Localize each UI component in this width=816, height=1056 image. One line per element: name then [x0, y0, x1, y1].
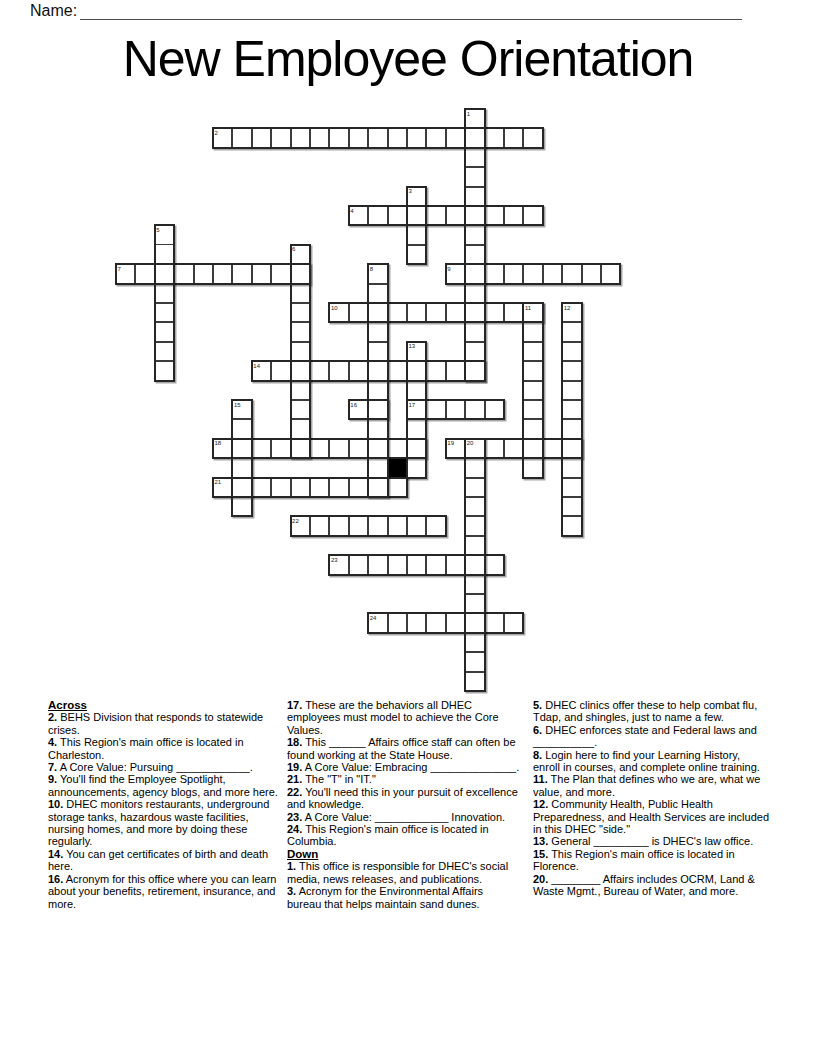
clue-column-2: 17. These are the behaviors all DHEC emp…	[287, 699, 520, 910]
clue-8-down: 8. Login here to find your Learning Hist…	[533, 749, 770, 774]
grid-cell[interactable]	[368, 458, 387, 477]
grid-cell[interactable]	[155, 264, 174, 283]
grid-cell[interactable]	[543, 439, 562, 458]
grid-cell[interactable]	[601, 264, 620, 283]
grid-cell[interactable]	[523, 342, 542, 361]
grid-cell[interactable]	[310, 361, 329, 380]
grid-cell[interactable]	[426, 613, 445, 632]
grid-cell[interactable]	[465, 672, 484, 691]
grid-cell[interactable]	[291, 284, 310, 303]
grid-cell[interactable]	[329, 128, 348, 147]
grid-cell[interactable]	[407, 439, 426, 458]
grid-cell[interactable]	[465, 109, 484, 128]
grid-cell[interactable]	[562, 478, 581, 497]
grid-cell[interactable]	[504, 206, 523, 225]
clue-6-down: 6. DHEC enforces state and Federal laws …	[533, 724, 770, 749]
grid-cell[interactable]	[252, 128, 271, 147]
grid-cell[interactable]	[465, 148, 484, 167]
grid-cell[interactable]	[368, 439, 387, 458]
grid-cell[interactable]	[368, 478, 387, 497]
grid-cell[interactable]	[291, 516, 310, 535]
grid-cell[interactable]	[388, 613, 407, 632]
grid-cell[interactable]	[407, 516, 426, 535]
grid-cell[interactable]	[329, 478, 348, 497]
grid-cell[interactable]	[232, 478, 251, 497]
grid-cell[interactable]	[485, 264, 504, 283]
grid-cell[interactable]	[465, 264, 484, 283]
grid-cell[interactable]	[368, 342, 387, 361]
grid-cell[interactable]	[407, 613, 426, 632]
clue-16-across: 16. Acronym for this office where you ca…	[48, 873, 280, 910]
grid-cell[interactable]	[368, 284, 387, 303]
grid-cell[interactable]	[213, 478, 232, 497]
grid-cell[interactable]	[407, 400, 426, 419]
grid-cell[interactable]	[329, 555, 348, 574]
name-input-line[interactable]	[80, 1, 742, 20]
grid-cell[interactable]	[562, 303, 581, 322]
grid-cell[interactable]	[523, 303, 542, 322]
grid-cell[interactable]	[252, 478, 271, 497]
clue-column-3: 5. DHEC clinics offer these to help comb…	[533, 699, 770, 898]
worksheet-page: Name: New Employee Orientation 123456789…	[0, 0, 816, 1056]
grid-cell[interactable]	[368, 419, 387, 438]
grid-cell[interactable]	[465, 303, 484, 322]
grid-cell[interactable]	[252, 361, 271, 380]
grid-cell[interactable]	[310, 128, 329, 147]
grid-cell[interactable]	[291, 381, 310, 400]
grid-cell[interactable]	[329, 303, 348, 322]
grid-cell[interactable]	[465, 555, 484, 574]
grid-cell[interactable]	[368, 613, 387, 632]
grid-cell[interactable]	[562, 322, 581, 341]
grid-cell[interactable]	[252, 439, 271, 458]
grid-cell[interactable]	[465, 167, 484, 186]
grid-cell[interactable]	[329, 516, 348, 535]
grid-cell[interactable]	[562, 419, 581, 438]
grid-cell[interactable]	[562, 381, 581, 400]
grid-cell[interactable]	[504, 303, 523, 322]
grid-cell[interactable]	[426, 555, 445, 574]
grid-cell[interactable]	[523, 264, 542, 283]
clue-23-across: 23. A Core Value: ____________ Innovatio…	[287, 811, 520, 823]
grid-cell[interactable]	[155, 361, 174, 380]
grid-cell[interactable]	[562, 497, 581, 516]
grid-cell[interactable]	[291, 342, 310, 361]
clue-column-1: Across2. BEHS Division that responds to …	[48, 699, 280, 910]
grid-cell[interactable]	[465, 497, 484, 516]
grid-cell[interactable]	[523, 381, 542, 400]
grid-cell[interactable]	[368, 128, 387, 147]
grid-cell[interactable]	[426, 303, 445, 322]
clue-15-down: 15. This Region's main office is located…	[533, 848, 770, 873]
grid-cell[interactable]	[446, 400, 465, 419]
clue-2-across: 2. BEHS Division that responds to statew…	[48, 711, 280, 736]
grid-cell[interactable]	[426, 206, 445, 225]
grid-cell[interactable]	[446, 303, 465, 322]
black-cell	[388, 458, 407, 477]
grid-cell[interactable]	[562, 264, 581, 283]
grid-cell[interactable]	[329, 361, 348, 380]
grid-cell[interactable]	[271, 439, 290, 458]
grid-cell[interactable]	[310, 478, 329, 497]
grid-cell[interactable]	[504, 264, 523, 283]
grid-cell[interactable]	[465, 225, 484, 244]
page-title: New Employee Orientation	[0, 30, 816, 88]
grid-cell[interactable]	[465, 361, 484, 380]
grid-cell[interactable]	[368, 361, 387, 380]
grid-cell[interactable]	[368, 400, 387, 419]
grid-cell[interactable]	[465, 613, 484, 632]
grid-cell[interactable]	[485, 128, 504, 147]
grid-cell[interactable]	[368, 555, 387, 574]
grid-cell[interactable]	[465, 575, 484, 594]
clue-12-down: 12. Community Health, Public Health Prep…	[533, 798, 770, 835]
grid-cell[interactable]	[485, 303, 504, 322]
grid-cell[interactable]	[465, 478, 484, 497]
grid-cell[interactable]	[232, 400, 251, 419]
grid-cell[interactable]	[504, 613, 523, 632]
grid-cell[interactable]	[349, 206, 368, 225]
clue-3-down: 3. Acronym for the Environmental Affairs…	[287, 885, 520, 910]
grid-cell[interactable]	[465, 245, 484, 264]
grid-cell[interactable]	[368, 206, 387, 225]
grid-cell[interactable]	[465, 633, 484, 652]
grid-cell[interactable]	[407, 361, 426, 380]
grid-cell[interactable]	[155, 284, 174, 303]
grid-cell[interactable]	[291, 478, 310, 497]
grid-cell[interactable]	[368, 516, 387, 535]
grid-cell[interactable]	[349, 555, 368, 574]
grid-cell[interactable]	[271, 361, 290, 380]
grid-cell[interactable]	[291, 303, 310, 322]
grid-cell[interactable]	[291, 322, 310, 341]
grid-cell[interactable]	[504, 128, 523, 147]
clue-17-across: 17. These are the behaviors all DHEC emp…	[287, 699, 520, 736]
grid-cell[interactable]	[446, 206, 465, 225]
grid-cell[interactable]	[407, 245, 426, 264]
grid-cell[interactable]	[232, 264, 251, 283]
grid-cell[interactable]	[291, 439, 310, 458]
grid-cell[interactable]	[116, 264, 135, 283]
clue-11-down: 11. The Plan that defines who we are, wh…	[533, 773, 770, 798]
grid-cell[interactable]	[465, 516, 484, 535]
grid-cell[interactable]	[194, 264, 213, 283]
grid-cell[interactable]	[388, 478, 407, 497]
grid-cell[interactable]	[213, 128, 232, 147]
grid-cell[interactable]	[291, 400, 310, 419]
grid-cell[interactable]	[562, 400, 581, 419]
grid-cell[interactable]	[368, 303, 387, 322]
grid-cell[interactable]	[523, 128, 542, 147]
grid-cell[interactable]	[562, 361, 581, 380]
grid-cell[interactable]	[523, 361, 542, 380]
grid-cell[interactable]	[446, 613, 465, 632]
grid-cell[interactable]	[135, 264, 154, 283]
grid-cell[interactable]	[465, 400, 484, 419]
grid-cell[interactable]	[523, 458, 542, 477]
grid-cell[interactable]	[523, 322, 542, 341]
grid-cell[interactable]	[388, 439, 407, 458]
grid-cell[interactable]	[349, 128, 368, 147]
grid-cell[interactable]	[213, 264, 232, 283]
grid-cell[interactable]	[388, 555, 407, 574]
grid-cell[interactable]	[388, 206, 407, 225]
grid-cell[interactable]	[232, 458, 251, 477]
grid-cell[interactable]	[407, 555, 426, 574]
grid-cell[interactable]	[349, 303, 368, 322]
clue-1-down: 1. This office is responsible for DHEC's…	[287, 860, 520, 885]
grid-cell[interactable]	[388, 303, 407, 322]
grid-cell[interactable]	[407, 342, 426, 361]
grid-cell[interactable]	[368, 322, 387, 341]
clue-20-down: 20. ________ Affairs includes OCRM, Land…	[533, 873, 770, 898]
grid-cell[interactable]	[485, 439, 504, 458]
grid-cell[interactable]	[310, 516, 329, 535]
grid-cell[interactable]	[426, 516, 445, 535]
grid-cell[interactable]	[523, 439, 542, 458]
grid-cell[interactable]	[465, 284, 484, 303]
grid-cell[interactable]	[349, 361, 368, 380]
clue-4-across: 4. This Region's main office is located …	[48, 736, 280, 761]
grid-cell[interactable]	[465, 594, 484, 613]
grid-cell[interactable]	[349, 478, 368, 497]
clue-9-across: 9. You'll find the Employee Spotlight, a…	[48, 773, 280, 798]
clue-14-across: 14. You can get certificates of birth an…	[48, 848, 280, 873]
grid-cell[interactable]	[465, 458, 484, 477]
grid-cell[interactable]	[465, 536, 484, 555]
grid-cell[interactable]	[465, 187, 484, 206]
clue-5-down: 5. DHEC clinics offer these to help comb…	[533, 699, 770, 724]
grid-cell[interactable]	[368, 264, 387, 283]
clue-18-across: 18. This ______ Affairs office staff can…	[287, 736, 520, 761]
grid-cell[interactable]	[291, 264, 310, 283]
grid-cell[interactable]	[446, 361, 465, 380]
grid-cell[interactable]	[155, 322, 174, 341]
grid-cell[interactable]	[349, 439, 368, 458]
grid-cell[interactable]	[485, 400, 504, 419]
grid-cell[interactable]	[562, 516, 581, 535]
grid-cell[interactable]	[271, 264, 290, 283]
grid-cell[interactable]	[426, 361, 445, 380]
clue-19-across: 19. A Core Value: Embracing ____________…	[287, 761, 520, 773]
grid-cell[interactable]	[388, 361, 407, 380]
grid-cell[interactable]	[446, 128, 465, 147]
across-header: Across	[48, 699, 280, 711]
grid-cell[interactable]	[407, 419, 426, 438]
grid-cell[interactable]	[426, 400, 445, 419]
grid-cell[interactable]	[329, 439, 348, 458]
grid-cell[interactable]	[407, 187, 426, 206]
grid-cell[interactable]	[407, 458, 426, 477]
grid-cell[interactable]	[349, 400, 368, 419]
grid-cell[interactable]	[213, 439, 232, 458]
grid-cell[interactable]	[291, 245, 310, 264]
grid-cell[interactable]	[446, 555, 465, 574]
grid-cell[interactable]	[582, 264, 601, 283]
grid-cell[interactable]	[523, 400, 542, 419]
grid-cell[interactable]	[465, 342, 484, 361]
grid-cell[interactable]	[155, 225, 174, 244]
grid-cell[interactable]	[368, 381, 387, 400]
grid-cell[interactable]	[485, 206, 504, 225]
grid-cell[interactable]	[446, 264, 465, 283]
grid-cell[interactable]	[407, 206, 426, 225]
crossword-grid: 123456789101112131415161718192021222324	[116, 109, 641, 692]
grid-cell[interactable]	[465, 322, 484, 341]
grid-cell[interactable]	[465, 439, 484, 458]
grid-cell[interactable]	[174, 264, 193, 283]
grid-cell[interactable]	[291, 128, 310, 147]
grid-cell[interactable]	[232, 439, 251, 458]
grid-cell[interactable]	[523, 419, 542, 438]
grid-cell[interactable]	[388, 516, 407, 535]
clue-21-across: 21. The "T" in "IT."	[287, 773, 520, 785]
clue-10-across: 10. DHEC monitors restaurants, undergrou…	[48, 798, 280, 848]
grid-cell[interactable]	[271, 478, 290, 497]
clue-24-across: 24. This Region's main office is located…	[287, 823, 520, 848]
down-header: Down	[287, 848, 520, 860]
grid-cell[interactable]	[407, 381, 426, 400]
grid-cell[interactable]	[562, 458, 581, 477]
grid-cell[interactable]	[232, 128, 251, 147]
name-label: Name:	[30, 2, 77, 20]
grid-cell[interactable]	[426, 128, 445, 147]
grid-cell[interactable]	[465, 206, 484, 225]
grid-cell[interactable]	[407, 128, 426, 147]
grid-cell[interactable]	[523, 206, 542, 225]
grid-cell[interactable]	[310, 439, 329, 458]
grid-cell[interactable]	[349, 516, 368, 535]
grid-cell[interactable]	[155, 342, 174, 361]
clue-13-down: 13. General _________ is DHEC's law offi…	[533, 835, 770, 847]
grid-cell[interactable]	[291, 419, 310, 438]
grid-cell[interactable]	[407, 303, 426, 322]
grid-cell[interactable]	[504, 439, 523, 458]
grid-cell[interactable]	[291, 361, 310, 380]
grid-cell[interactable]	[232, 419, 251, 438]
grid-cell[interactable]	[446, 439, 465, 458]
grid-cell[interactable]	[562, 342, 581, 361]
grid-cell[interactable]	[465, 128, 484, 147]
grid-cell[interactable]	[232, 497, 251, 516]
clue-22-across: 22. You'll need this in your pursuit of …	[287, 786, 520, 811]
grid-cell[interactable]	[252, 264, 271, 283]
grid-cell[interactable]	[388, 128, 407, 147]
grid-cell[interactable]	[562, 439, 581, 458]
grid-cell[interactable]	[485, 555, 504, 574]
grid-cell[interactable]	[155, 303, 174, 322]
clue-7-across: 7. A Core Value: Pursuing ____________.	[48, 761, 280, 773]
grid-cell[interactable]	[407, 225, 426, 244]
grid-cell[interactable]	[465, 652, 484, 671]
grid-cell[interactable]	[543, 264, 562, 283]
grid-cell[interactable]	[271, 128, 290, 147]
grid-cell[interactable]	[485, 613, 504, 632]
